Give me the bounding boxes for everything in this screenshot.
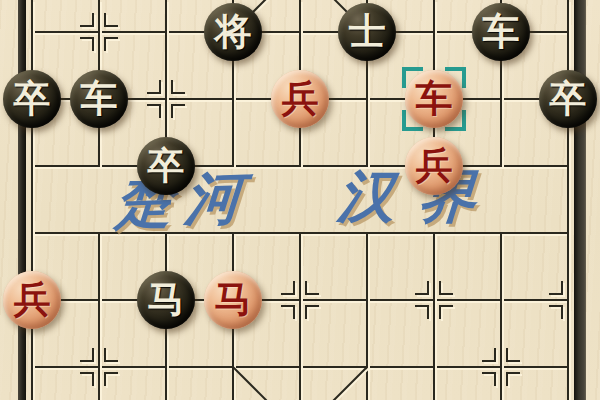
board-grid [0, 0, 600, 400]
piece-character: 卒 [14, 80, 51, 117]
piece-black-pawn[interactable]: 卒 [137, 137, 195, 195]
piece-character: 车 [416, 80, 453, 117]
piece-red-pawn[interactable]: 兵 [405, 137, 463, 195]
piece-black-general[interactable]: 将 [204, 3, 262, 61]
piece-black-pawn[interactable]: 卒 [539, 70, 597, 128]
piece-character: 兵 [282, 80, 319, 117]
piece-black-advisor[interactable]: 士 [338, 3, 396, 61]
piece-black-pawn[interactable]: 卒 [3, 70, 61, 128]
piece-character: 马 [215, 281, 252, 318]
piece-black-chariot[interactable]: 车 [472, 3, 530, 61]
piece-black-chariot[interactable]: 车 [70, 70, 128, 128]
piece-character: 士 [349, 13, 386, 50]
piece-red-chariot[interactable]: 车 [405, 70, 463, 128]
piece-character: 车 [81, 80, 118, 117]
piece-red-pawn[interactable]: 兵 [3, 271, 61, 329]
piece-red-horse[interactable]: 马 [204, 271, 262, 329]
piece-character: 卒 [550, 80, 587, 117]
piece-black-horse[interactable]: 马 [137, 271, 195, 329]
piece-character: 车 [483, 13, 520, 50]
xiangqi-board[interactable]: 楚河 汉界 将士车卒车兵车卒卒兵兵马马 [0, 0, 600, 400]
piece-red-pawn[interactable]: 兵 [271, 70, 329, 128]
piece-character: 兵 [14, 281, 51, 318]
piece-character: 将 [215, 13, 252, 50]
piece-character: 卒 [148, 147, 185, 184]
piece-character: 马 [148, 281, 185, 318]
piece-character: 兵 [416, 147, 453, 184]
